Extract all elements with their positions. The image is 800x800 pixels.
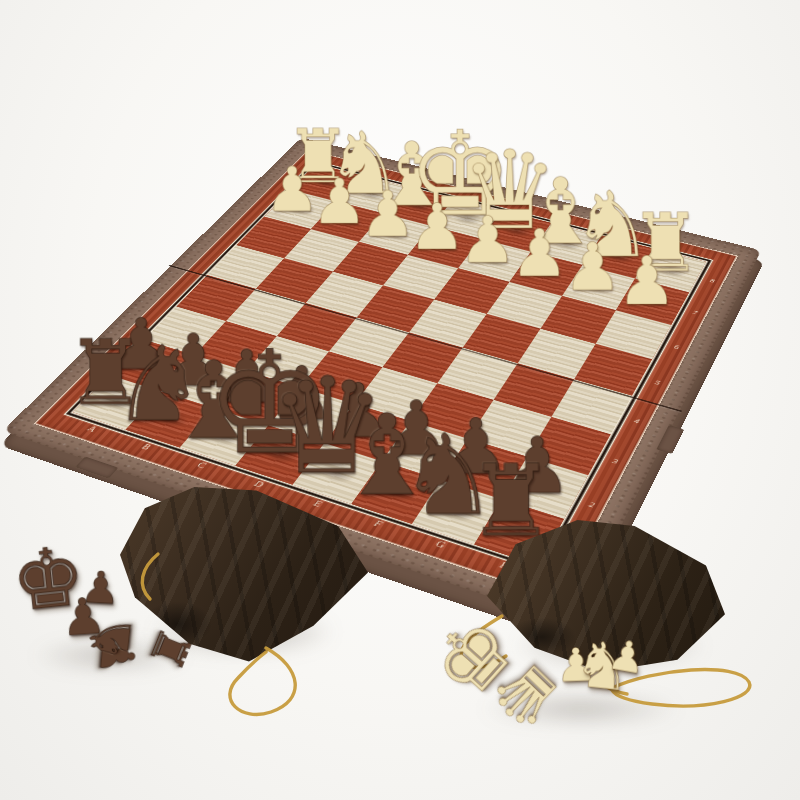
cord-left-strand [142, 554, 158, 599]
spilled-piece-white-pawn[interactable]: ♟ [605, 633, 649, 681]
spilled-piece-dark-knight[interactable]: ♞ [82, 612, 141, 666]
drawstring-cords [0, 0, 800, 800]
cord-left-loop [230, 648, 295, 714]
product-photo: ♜♞♝♚♛♝♞♜♟♟♟♟♟♟♟♟♟♟♟♟♟♟♟♟♜♞♝♚♛♝♞♜ ABCDEFG… [0, 0, 800, 800]
